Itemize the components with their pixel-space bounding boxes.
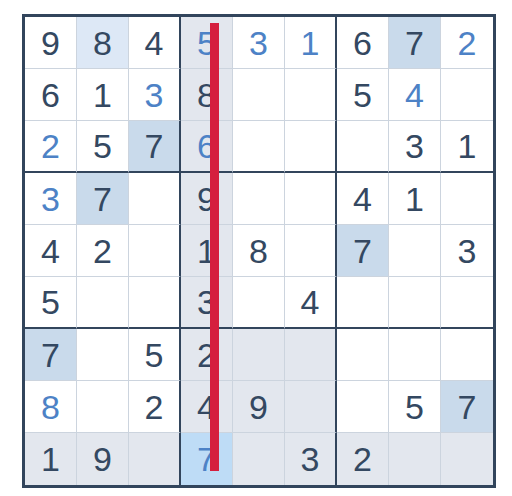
cell-r8c5[interactable]: 9	[233, 381, 285, 433]
digit: 3	[197, 285, 216, 319]
cell-r7c4[interactable]: 2	[181, 329, 233, 381]
cell-r2c1[interactable]: 6	[25, 69, 77, 121]
cell-r8c2[interactable]	[77, 381, 129, 433]
cell-r5c9[interactable]: 3	[441, 225, 493, 277]
cell-r3c3[interactable]: 7	[129, 121, 181, 173]
digit: 5	[353, 78, 372, 112]
cell-r2c8[interactable]: 4	[389, 69, 441, 121]
digit: 3	[458, 234, 477, 268]
digit: 3	[41, 182, 60, 216]
cell-r7c5[interactable]	[233, 329, 285, 381]
cell-r1c9[interactable]: 2	[441, 17, 493, 69]
cell-r7c6[interactable]	[285, 329, 337, 381]
digit: 5	[93, 129, 112, 163]
cell-r5c4[interactable]: 1	[181, 225, 233, 277]
digit: 4	[197, 390, 216, 424]
digit: 8	[93, 26, 112, 60]
cell-r1c7[interactable]: 6	[337, 17, 389, 69]
cell-r9c9[interactable]	[441, 433, 493, 485]
cell-r6c6[interactable]: 4	[285, 277, 337, 329]
cell-r6c3[interactable]	[129, 277, 181, 329]
cell-r4c1[interactable]: 3	[25, 173, 77, 225]
digit: 4	[145, 26, 164, 60]
digit: 7	[458, 390, 477, 424]
cell-r3c5[interactable]	[233, 121, 285, 173]
cell-r3c9[interactable]: 1	[441, 121, 493, 173]
digit: 5	[197, 26, 216, 60]
cell-r2c3[interactable]: 3	[129, 69, 181, 121]
cell-r8c8[interactable]: 5	[389, 381, 441, 433]
cell-r5c1[interactable]: 4	[25, 225, 77, 277]
cell-r2c7[interactable]: 5	[337, 69, 389, 121]
cell-r9c4[interactable]: 7	[181, 433, 233, 485]
digit: 1	[197, 234, 216, 268]
cell-r9c1[interactable]: 1	[25, 433, 77, 485]
cell-r9c2[interactable]: 9	[77, 433, 129, 485]
cell-r9c3[interactable]	[129, 433, 181, 485]
cell-r9c7[interactable]: 2	[337, 433, 389, 485]
digit: 2	[353, 442, 372, 476]
cell-r4c6[interactable]	[285, 173, 337, 225]
cell-r2c2[interactable]: 1	[77, 69, 129, 121]
cell-r6c7[interactable]	[337, 277, 389, 329]
cell-r7c9[interactable]	[441, 329, 493, 381]
digit: 9	[41, 26, 60, 60]
digit: 9	[93, 442, 112, 476]
digit: 7	[93, 182, 112, 216]
cell-r6c9[interactable]	[441, 277, 493, 329]
digit: 4	[41, 234, 60, 268]
digit: 1	[301, 26, 320, 60]
digit: 1	[405, 182, 424, 216]
digit: 5	[41, 285, 60, 319]
cell-r3c4[interactable]: 6	[181, 121, 233, 173]
cell-r1c2[interactable]: 8	[77, 17, 129, 69]
cell-r7c8[interactable]	[389, 329, 441, 381]
cell-r4c5[interactable]	[233, 173, 285, 225]
cell-r5c7[interactable]: 7	[337, 225, 389, 277]
cell-r8c6[interactable]	[285, 381, 337, 433]
digit: 8	[41, 390, 60, 424]
cell-r8c7[interactable]	[337, 381, 389, 433]
cell-r9c6[interactable]: 3	[285, 433, 337, 485]
cell-r4c9[interactable]	[441, 173, 493, 225]
digit: 7	[145, 129, 164, 163]
cell-r6c5[interactable]	[233, 277, 285, 329]
cell-r1c3[interactable]: 4	[129, 17, 181, 69]
digit: 3	[301, 442, 320, 476]
cell-r5c8[interactable]	[389, 225, 441, 277]
digit: 7	[405, 26, 424, 60]
digit: 4	[353, 182, 372, 216]
digit: 8	[249, 234, 268, 268]
digit: 3	[249, 26, 268, 60]
digit: 2	[458, 26, 477, 60]
cell-r7c7[interactable]	[337, 329, 389, 381]
cell-r1c4[interactable]: 5	[181, 17, 233, 69]
digit: 2	[197, 338, 216, 372]
cell-r9c8[interactable]	[389, 433, 441, 485]
cell-r5c2[interactable]: 2	[77, 225, 129, 277]
digit: 5	[145, 338, 164, 372]
digit: 6	[197, 129, 216, 163]
cell-r8c9[interactable]: 7	[441, 381, 493, 433]
cell-r8c3[interactable]: 2	[129, 381, 181, 433]
cell-r2c4[interactable]: 8	[181, 69, 233, 121]
cell-r5c3[interactable]	[129, 225, 181, 277]
cell-r3c8[interactable]: 3	[389, 121, 441, 173]
digit: 8	[197, 78, 216, 112]
digit: 9	[197, 182, 216, 216]
cell-r5c6[interactable]	[285, 225, 337, 277]
digit: 3	[145, 78, 164, 112]
cell-r2c9[interactable]	[441, 69, 493, 121]
cell-r1c6[interactable]: 1	[285, 17, 337, 69]
digit: 3	[405, 129, 424, 163]
cell-r3c7[interactable]	[337, 121, 389, 173]
digit: 1	[41, 442, 60, 476]
sudoku-board: 9845316726138542576313794142187353475282…	[22, 14, 496, 488]
cell-r3c1[interactable]: 2	[25, 121, 77, 173]
cell-r4c8[interactable]: 1	[389, 173, 441, 225]
cell-r6c1[interactable]: 5	[25, 277, 77, 329]
digit: 5	[405, 390, 424, 424]
digit: 2	[41, 129, 60, 163]
digit: 2	[93, 234, 112, 268]
cell-r1c8[interactable]: 7	[389, 17, 441, 69]
cell-r5c5[interactable]: 8	[233, 225, 285, 277]
cell-r2c5[interactable]	[233, 69, 285, 121]
cell-r6c2[interactable]	[77, 277, 129, 329]
digit: 1	[93, 78, 112, 112]
cell-r6c8[interactable]	[389, 277, 441, 329]
cell-r7c3[interactable]: 5	[129, 329, 181, 381]
digit: 7	[197, 442, 216, 476]
cell-r8c1[interactable]: 8	[25, 381, 77, 433]
digit: 4	[405, 78, 424, 112]
cell-r4c4[interactable]: 9	[181, 173, 233, 225]
digit: 9	[249, 390, 268, 424]
cell-r7c1[interactable]: 7	[25, 329, 77, 381]
cell-r3c2[interactable]: 5	[77, 121, 129, 173]
cell-r7c2[interactable]	[77, 329, 129, 381]
digit: 1	[458, 129, 477, 163]
digit: 7	[41, 338, 60, 372]
cell-r4c3[interactable]	[129, 173, 181, 225]
cell-r8c4[interactable]: 4	[181, 381, 233, 433]
cell-r9c5[interactable]	[233, 433, 285, 485]
cell-r3c6[interactable]	[285, 121, 337, 173]
digit: 6	[353, 26, 372, 60]
digit: 7	[353, 234, 372, 268]
digit: 4	[301, 285, 320, 319]
cell-r4c2[interactable]: 7	[77, 173, 129, 225]
digit: 6	[41, 78, 60, 112]
digit: 2	[145, 390, 164, 424]
cell-r6c4[interactable]: 3	[181, 277, 233, 329]
cell-r2c6[interactable]	[285, 69, 337, 121]
cell-r1c1[interactable]: 9	[25, 17, 77, 69]
cell-r1c5[interactable]: 3	[233, 17, 285, 69]
cell-r4c7[interactable]: 4	[337, 173, 389, 225]
